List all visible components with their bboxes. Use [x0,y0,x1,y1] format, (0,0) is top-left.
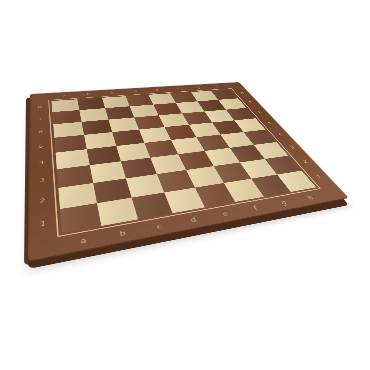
photo-background: abcdefgh abcdefgh 87654321 87654321 [0,0,370,370]
rank-label: 1 [30,210,57,239]
